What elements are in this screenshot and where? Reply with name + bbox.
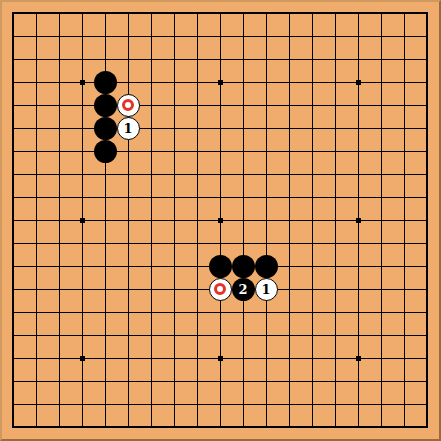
go-board: 121 — [0, 0, 441, 441]
star-point — [356, 218, 361, 223]
black-stone — [94, 140, 117, 163]
star-point — [218, 218, 223, 223]
black-stone — [94, 71, 117, 94]
star-point — [80, 356, 85, 361]
star-point — [356, 80, 361, 85]
star-point — [218, 356, 223, 361]
grid-line-vertical — [335, 12, 336, 428]
star-point — [80, 80, 85, 85]
white-stone-move-1: 1 — [117, 117, 140, 140]
grid-line-vertical — [312, 12, 313, 428]
grid-line-horizontal — [12, 426, 428, 428]
grid-line-vertical — [266, 12, 267, 428]
black-stone — [232, 255, 255, 278]
grid-line-horizontal — [12, 243, 428, 244]
grid-line-vertical — [289, 12, 290, 428]
grid-line-vertical — [381, 12, 382, 428]
white-stone-move-1: 1 — [255, 278, 278, 301]
star-point — [80, 218, 85, 223]
grid-line-vertical — [243, 12, 244, 428]
stone-move-number: 1 — [261, 283, 270, 296]
grid-line-horizontal — [12, 381, 428, 382]
grid-line-vertical — [404, 12, 405, 428]
stone-move-number: 2 — [238, 283, 247, 296]
star-point — [218, 80, 223, 85]
black-stone — [94, 117, 117, 140]
white-stone-circle-marked — [209, 278, 232, 301]
stone-move-number: 1 — [123, 122, 132, 135]
black-stone — [209, 255, 232, 278]
black-stone-move-2: 2 — [232, 278, 255, 301]
black-stone — [255, 255, 278, 278]
star-point — [356, 356, 361, 361]
grid-line-horizontal — [12, 335, 428, 336]
white-stone-circle-marked — [117, 94, 140, 117]
grid-line-horizontal — [12, 404, 428, 405]
circle-marker-icon — [214, 283, 226, 295]
circle-marker-icon — [122, 99, 134, 111]
grid-line-vertical — [426, 12, 428, 428]
grid-line-horizontal — [12, 312, 428, 313]
black-stone — [94, 94, 117, 117]
